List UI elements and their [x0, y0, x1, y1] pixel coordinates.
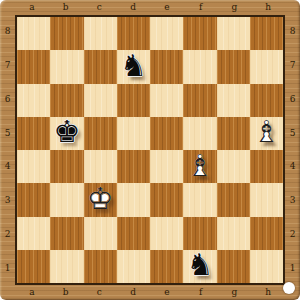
- file-label-bottom-b: b: [49, 285, 83, 300]
- square-h5[interactable]: ♝♗: [250, 117, 283, 150]
- square-f8[interactable]: [183, 17, 216, 50]
- rank-label-right-2: 2: [285, 218, 300, 252]
- square-f6[interactable]: [183, 84, 216, 117]
- square-f2[interactable]: [183, 217, 216, 250]
- file-label-top-e: e: [150, 0, 184, 15]
- square-c8[interactable]: [84, 17, 117, 50]
- square-h7[interactable]: [250, 50, 283, 83]
- square-b1[interactable]: [50, 250, 83, 283]
- chess-board-frame: abcdefgh abcdefgh 87654321 87654321 ♞♚♝♗…: [0, 0, 300, 300]
- square-b8[interactable]: [50, 17, 83, 50]
- white-bishop-h5[interactable]: ♝♗: [250, 117, 283, 150]
- white-king-c3[interactable]: ♚♔: [84, 183, 117, 216]
- square-d7[interactable]: ♞: [117, 50, 150, 83]
- square-f7[interactable]: [183, 50, 216, 83]
- white-bishop-f4[interactable]: ♝♗: [183, 150, 216, 183]
- file-label-bottom-g: g: [218, 285, 252, 300]
- square-b5[interactable]: ♚: [50, 117, 83, 150]
- rank-labels-right: 87654321: [285, 15, 300, 285]
- square-e4[interactable]: [150, 150, 183, 183]
- square-a3[interactable]: [17, 183, 50, 216]
- square-h4[interactable]: [250, 150, 283, 183]
- black-knight-d7[interactable]: ♞: [117, 50, 150, 83]
- rank-label-left-1: 1: [0, 251, 15, 285]
- rank-label-left-4: 4: [0, 150, 15, 184]
- square-e2[interactable]: [150, 217, 183, 250]
- square-c1[interactable]: [84, 250, 117, 283]
- square-b3[interactable]: [50, 183, 83, 216]
- file-label-bottom-f: f: [184, 285, 218, 300]
- square-f1[interactable]: ♞: [183, 250, 216, 283]
- rank-labels-left: 87654321: [0, 15, 15, 285]
- rank-label-right-1: 1: [285, 251, 300, 285]
- square-d3[interactable]: [117, 183, 150, 216]
- rank-label-right-5: 5: [285, 116, 300, 150]
- square-a8[interactable]: [17, 17, 50, 50]
- square-d1[interactable]: [117, 250, 150, 283]
- square-g8[interactable]: [217, 17, 250, 50]
- rank-label-right-6: 6: [285, 83, 300, 117]
- file-label-top-a: a: [15, 0, 49, 15]
- rank-label-left-3: 3: [0, 184, 15, 218]
- black-king-b5[interactable]: ♚: [50, 117, 83, 150]
- square-a6[interactable]: [17, 84, 50, 117]
- square-h2[interactable]: [250, 217, 283, 250]
- file-label-top-c: c: [83, 0, 117, 15]
- square-a1[interactable]: [17, 250, 50, 283]
- square-g5[interactable]: [217, 117, 250, 150]
- square-b6[interactable]: [50, 84, 83, 117]
- square-e7[interactable]: [150, 50, 183, 83]
- square-d8[interactable]: [117, 17, 150, 50]
- square-a7[interactable]: [17, 50, 50, 83]
- black-knight-f1[interactable]: ♞: [183, 250, 216, 283]
- square-e5[interactable]: [150, 117, 183, 150]
- square-d4[interactable]: [117, 150, 150, 183]
- square-e1[interactable]: [150, 250, 183, 283]
- square-c5[interactable]: [84, 117, 117, 150]
- square-g3[interactable]: [217, 183, 250, 216]
- white-bishop-outline-glyph: ♗: [253, 117, 280, 147]
- rank-label-right-4: 4: [285, 150, 300, 184]
- square-e6[interactable]: [150, 84, 183, 117]
- square-d2[interactable]: [117, 217, 150, 250]
- square-h3[interactable]: [250, 183, 283, 216]
- rank-label-right-3: 3: [285, 184, 300, 218]
- square-f3[interactable]: [183, 183, 216, 216]
- black-knight-glyph: ♞: [120, 51, 147, 81]
- rank-label-left-2: 2: [0, 218, 15, 252]
- white-bishop-outline-glyph: ♗: [186, 150, 213, 180]
- square-g2[interactable]: [217, 217, 250, 250]
- square-b7[interactable]: [50, 50, 83, 83]
- square-c3[interactable]: ♚♔: [84, 183, 117, 216]
- file-label-top-d: d: [116, 0, 150, 15]
- file-label-bottom-e: e: [150, 285, 184, 300]
- square-c6[interactable]: [84, 84, 117, 117]
- square-g4[interactable]: [217, 150, 250, 183]
- file-label-bottom-a: a: [15, 285, 49, 300]
- square-g7[interactable]: [217, 50, 250, 83]
- chess-board: ♞♚♝♗♝♗♚♔♞: [15, 15, 285, 285]
- square-c7[interactable]: [84, 50, 117, 83]
- file-label-bottom-h: h: [251, 285, 285, 300]
- rank-label-left-7: 7: [0, 49, 15, 83]
- file-label-top-f: f: [184, 0, 218, 15]
- file-label-top-g: g: [218, 0, 252, 15]
- square-a4[interactable]: [17, 150, 50, 183]
- square-h1[interactable]: [250, 250, 283, 283]
- square-b4[interactable]: [50, 150, 83, 183]
- square-f5[interactable]: [183, 117, 216, 150]
- square-a5[interactable]: [17, 117, 50, 150]
- file-labels-top: abcdefgh: [15, 0, 285, 15]
- rank-label-left-5: 5: [0, 116, 15, 150]
- rank-label-right-7: 7: [285, 49, 300, 83]
- square-h8[interactable]: [250, 17, 283, 50]
- square-f4[interactable]: ♝♗: [183, 150, 216, 183]
- file-label-bottom-d: d: [116, 285, 150, 300]
- square-a2[interactable]: [17, 217, 50, 250]
- file-label-bottom-c: c: [83, 285, 117, 300]
- square-b2[interactable]: [50, 217, 83, 250]
- file-labels-bottom: abcdefgh: [15, 285, 285, 300]
- square-e8[interactable]: [150, 17, 183, 50]
- square-g6[interactable]: [217, 84, 250, 117]
- square-c2[interactable]: [84, 217, 117, 250]
- square-h6[interactable]: [250, 84, 283, 117]
- rank-label-left-6: 6: [0, 83, 15, 117]
- rank-label-right-8: 8: [285, 15, 300, 49]
- black-knight-glyph: ♞: [186, 250, 213, 280]
- square-g1[interactable]: [217, 250, 250, 283]
- square-d6[interactable]: [117, 84, 150, 117]
- white-king-outline-glyph: ♔: [87, 184, 114, 214]
- white-to-move-indicator: [283, 282, 295, 294]
- file-label-top-h: h: [251, 0, 285, 15]
- rank-label-left-8: 8: [0, 15, 15, 49]
- file-label-top-b: b: [49, 0, 83, 15]
- square-e3[interactable]: [150, 183, 183, 216]
- square-c4[interactable]: [84, 150, 117, 183]
- square-d5[interactable]: [117, 117, 150, 150]
- black-king-glyph: ♚: [53, 117, 80, 147]
